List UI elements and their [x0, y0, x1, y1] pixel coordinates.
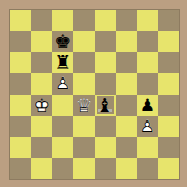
square-b3[interactable]: [31, 116, 52, 137]
square-d2[interactable]: [73, 137, 94, 158]
square-g1[interactable]: [137, 158, 158, 179]
square-b2[interactable]: [31, 137, 52, 158]
square-e1[interactable]: [95, 158, 116, 179]
square-g4[interactable]: ♟: [137, 95, 158, 116]
square-d3[interactable]: [73, 116, 94, 137]
square-h5[interactable]: [158, 73, 179, 94]
square-f2[interactable]: [116, 137, 137, 158]
square-b1[interactable]: [31, 158, 52, 179]
square-f6[interactable]: [116, 52, 137, 73]
square-d8[interactable]: [73, 10, 94, 31]
board-frame: { "game": "chess", "position": { "fen": …: [0, 0, 187, 187]
square-a7[interactable]: [10, 31, 31, 52]
square-f4[interactable]: [116, 95, 137, 116]
square-e8[interactable]: [95, 10, 116, 31]
chess-board: ♚♜♟♙♚♔♛♕♝♟♟♙: [10, 10, 179, 179]
square-e2[interactable]: [95, 137, 116, 158]
square-g8[interactable]: [137, 10, 158, 31]
square-d6[interactable]: [73, 52, 94, 73]
square-d4[interactable]: ♛♕: [73, 95, 94, 116]
square-d5[interactable]: [73, 73, 94, 94]
square-c8[interactable]: [52, 10, 73, 31]
square-g6[interactable]: [137, 52, 158, 73]
square-e5[interactable]: [95, 73, 116, 94]
square-e7[interactable]: [95, 31, 116, 52]
square-d7[interactable]: [73, 31, 94, 52]
piece-white-pawn[interactable]: ♟♙: [52, 73, 73, 94]
square-h7[interactable]: [158, 31, 179, 52]
square-a4[interactable]: [10, 95, 31, 116]
square-c1[interactable]: [52, 158, 73, 179]
square-e6[interactable]: [95, 52, 116, 73]
square-h8[interactable]: [158, 10, 179, 31]
square-b7[interactable]: [31, 31, 52, 52]
square-c4[interactable]: [52, 95, 73, 116]
square-f5[interactable]: [116, 73, 137, 94]
piece-white-king[interactable]: ♚♔: [31, 95, 52, 116]
square-a6[interactable]: [10, 52, 31, 73]
square-c6[interactable]: ♜: [52, 52, 73, 73]
square-h6[interactable]: [158, 52, 179, 73]
square-f3[interactable]: [116, 116, 137, 137]
square-g7[interactable]: [137, 31, 158, 52]
square-f7[interactable]: [116, 31, 137, 52]
square-h1[interactable]: [158, 158, 179, 179]
square-c7[interactable]: ♚: [52, 31, 73, 52]
square-e3[interactable]: [95, 116, 116, 137]
square-b4[interactable]: ♚♔: [31, 95, 52, 116]
square-b8[interactable]: [31, 10, 52, 31]
square-b6[interactable]: [31, 52, 52, 73]
piece-black-bishop[interactable]: ♝: [95, 95, 116, 116]
square-h2[interactable]: [158, 137, 179, 158]
square-a5[interactable]: [10, 73, 31, 94]
square-a8[interactable]: [10, 10, 31, 31]
square-a1[interactable]: [10, 158, 31, 179]
square-a3[interactable]: [10, 116, 31, 137]
square-e4[interactable]: ♝: [95, 95, 116, 116]
square-h3[interactable]: [158, 116, 179, 137]
square-g5[interactable]: [137, 73, 158, 94]
square-c2[interactable]: [52, 137, 73, 158]
square-b5[interactable]: [31, 73, 52, 94]
square-a2[interactable]: [10, 137, 31, 158]
square-f8[interactable]: [116, 10, 137, 31]
piece-black-rook[interactable]: ♜: [52, 52, 73, 73]
square-g3[interactable]: ♟♙: [137, 116, 158, 137]
square-c5[interactable]: ♟♙: [52, 73, 73, 94]
piece-black-pawn[interactable]: ♟: [137, 95, 158, 116]
square-f1[interactable]: [116, 158, 137, 179]
square-d1[interactable]: [73, 158, 94, 179]
square-h4[interactable]: [158, 95, 179, 116]
piece-white-pawn[interactable]: ♟♙: [137, 116, 158, 137]
square-c3[interactable]: [52, 116, 73, 137]
piece-black-king[interactable]: ♚: [52, 31, 73, 52]
piece-white-queen[interactable]: ♛♕: [73, 95, 94, 116]
square-g2[interactable]: [137, 137, 158, 158]
